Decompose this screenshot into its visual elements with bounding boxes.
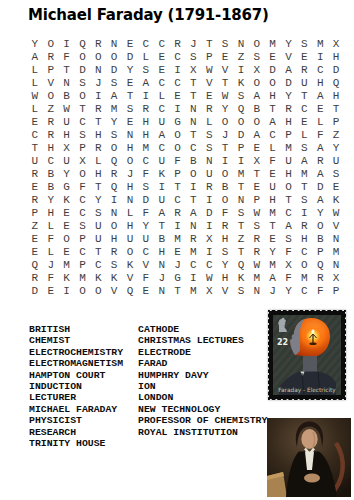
grid-cell: P <box>75 232 91 245</box>
grid-cell: L <box>27 63 43 76</box>
grid-cell: Y <box>217 258 233 271</box>
grid-cell: X <box>281 258 297 271</box>
grid-cell: D <box>328 63 344 76</box>
grid-cell: T <box>90 245 106 258</box>
grid-cell: M <box>59 258 75 271</box>
grid-cell: R <box>201 180 217 193</box>
grid-cell: R <box>90 37 106 50</box>
grid-cell: H <box>138 115 154 128</box>
word-list-left: BRITISHCHEMISTELECTROCHEMISTRYELECTROMAG… <box>29 324 123 449</box>
grid-cell: I <box>186 271 202 284</box>
grid-cell: R <box>90 102 106 115</box>
grid-cell: O <box>106 219 122 232</box>
stamp-caption: Faraday - Electricity <box>273 387 341 393</box>
grid-cell: A <box>27 50 43 63</box>
grid-cell: S <box>296 141 312 154</box>
grid-cell: S <box>201 141 217 154</box>
word-list-item: ELECTROCHEMISTRY <box>29 347 123 358</box>
grid-cell: R <box>312 271 328 284</box>
grid-cell: N <box>328 258 344 271</box>
grid-cell: C <box>90 258 106 271</box>
grid-cell: R <box>43 128 59 141</box>
word-list-item: NEW TECHNOLOGY <box>138 404 267 415</box>
grid-cell: U <box>296 76 312 89</box>
grid-cell: M <box>170 232 186 245</box>
grid-cell: R <box>281 102 297 115</box>
worksheet-page: Michael Faraday (1791-1867) YOIQRNECCRJT… <box>0 0 354 500</box>
grid-cell: S <box>75 76 91 89</box>
grid-cell: B <box>59 89 75 102</box>
grid-cell: J <box>154 271 170 284</box>
grid-cell: E <box>312 102 328 115</box>
grid-cell: T <box>217 141 233 154</box>
grid-cell: B <box>43 167 59 180</box>
grid-cell: T <box>170 284 186 297</box>
grid-cell: M <box>233 167 249 180</box>
word-list-item: HAMPTON COURT <box>29 370 123 381</box>
grid-cell: H <box>122 180 138 193</box>
grid-cell: C <box>75 245 91 258</box>
grid-cell: O <box>75 89 91 102</box>
grid-cell: O <box>59 232 75 245</box>
grid-cell: U <box>59 115 75 128</box>
grid-cell: O <box>265 76 281 89</box>
grid-cell: S <box>328 167 344 180</box>
grid-cell: T <box>233 219 249 232</box>
grid-cell: Y <box>122 63 138 76</box>
grid-cell: M <box>281 141 297 154</box>
grid-cell: C <box>75 206 91 219</box>
grid-cell: W <box>217 89 233 102</box>
grid-cell: A <box>281 219 297 232</box>
word-list-item: CHEMIST <box>29 335 123 346</box>
grid-cell: F <box>312 128 328 141</box>
word-list-item: PROFESSOR OF CHEMISTRY <box>138 415 267 426</box>
grid-cell: D <box>122 50 138 63</box>
grid-cell: F <box>217 206 233 219</box>
grid-cell: C <box>138 245 154 258</box>
grid-cell: K <box>233 271 249 284</box>
grid-cell: E <box>59 206 75 219</box>
grid-cell: Y <box>59 167 75 180</box>
grid-cell: A <box>154 206 170 219</box>
grid-cell: C <box>281 206 297 219</box>
grid-cell: Q <box>27 258 43 271</box>
grid-cell: C <box>138 154 154 167</box>
word-list-item: CHRISTMAS LECTURES <box>138 335 267 346</box>
grid-cell: L <box>43 219 59 232</box>
grid-cell: U <box>90 232 106 245</box>
grid-cell: M <box>106 102 122 115</box>
grid-cell: I <box>170 63 186 76</box>
grid-cell: O <box>75 284 91 297</box>
grid-cell: O <box>249 115 265 128</box>
grid-cell: S <box>75 128 91 141</box>
grid-cell: P <box>201 50 217 63</box>
grid-cell: B <box>186 154 202 167</box>
grid-cell: E <box>265 50 281 63</box>
grid-cell: F <box>43 271 59 284</box>
grid-cell: C <box>170 50 186 63</box>
grid-cell: S <box>217 37 233 50</box>
grid-cell: T <box>201 37 217 50</box>
grid-cell: T <box>186 89 202 102</box>
grid-cell: C <box>170 76 186 89</box>
grid-cell: R <box>312 154 328 167</box>
grid-cell: Y <box>281 89 297 102</box>
grid-cell: U <box>27 154 43 167</box>
grid-cell: V <box>217 284 233 297</box>
grid-cell: H <box>312 76 328 89</box>
grid-cell: R <box>296 63 312 76</box>
grid-cell: R <box>296 219 312 232</box>
grid-cell: L <box>90 154 106 167</box>
grid-cell: S <box>296 193 312 206</box>
grid-cell: T <box>170 180 186 193</box>
grid-cell: P <box>170 167 186 180</box>
grid-cell: E <box>122 37 138 50</box>
grid-cell: Y <box>90 193 106 206</box>
grid-cell: M <box>328 245 344 258</box>
grid-cell: T <box>217 76 233 89</box>
grid-cell: N <box>154 258 170 271</box>
word-list-item: LONDON <box>138 392 267 403</box>
grid-cell: N <box>186 102 202 115</box>
grid-cell: C <box>265 128 281 141</box>
grid-cell: N <box>106 37 122 50</box>
word-list-right: CATHODECHRISTMAS LECTURESELECTRODEFARADH… <box>138 324 267 438</box>
grid-cell: I <box>138 89 154 102</box>
grid-cell: I <box>59 284 75 297</box>
grid-cell: I <box>312 50 328 63</box>
grid-cell: Y <box>106 115 122 128</box>
grid-cell: F <box>59 50 75 63</box>
grid-cell: E <box>170 89 186 102</box>
grid-cell: I <box>154 180 170 193</box>
word-search-grid: YOIQRNECCRJTSNOMYSMXARFOOODLECSPEZSEVEIH… <box>27 37 344 297</box>
grid-cell: E <box>328 180 344 193</box>
grid-cell: T <box>233 245 249 258</box>
grid-cell: S <box>122 102 138 115</box>
grid-cell: E <box>122 76 138 89</box>
grid-cell: O <box>281 180 297 193</box>
stamp-art <box>273 315 341 395</box>
grid-cell: O <box>249 37 265 50</box>
grid-cell: S <box>106 128 122 141</box>
word-list-item: ELECTRODE <box>138 347 267 358</box>
grid-cell: D <box>75 63 91 76</box>
grid-cell: F <box>312 284 328 297</box>
grid-cell: L <box>138 50 154 63</box>
grid-cell: O <box>217 115 233 128</box>
grid-cell: H <box>265 193 281 206</box>
grid-cell: N <box>90 63 106 76</box>
grid-cell: E <box>43 284 59 297</box>
grid-cell: X <box>75 154 91 167</box>
grid-cell: D <box>201 206 217 219</box>
grid-cell: E <box>59 219 75 232</box>
grid-cell: O <box>75 167 91 180</box>
grid-cell: E <box>265 232 281 245</box>
grid-cell: Y <box>312 206 328 219</box>
grid-cell: R <box>186 232 202 245</box>
grid-cell: I <box>201 219 217 232</box>
grid-cell: P <box>328 115 344 128</box>
grid-cell: N <box>233 37 249 50</box>
grid-cell: C <box>75 193 91 206</box>
grid-cell: S <box>186 50 202 63</box>
grid-cell: P <box>27 206 43 219</box>
grid-cell: H <box>281 115 297 128</box>
grid-cell: S <box>90 206 106 219</box>
grid-cell: Z <box>233 232 249 245</box>
grid-cell: E <box>296 50 312 63</box>
grid-cell: Q <box>233 102 249 115</box>
grid-cell: Y <box>281 284 297 297</box>
grid-cell: X <box>328 37 344 50</box>
grid-cell: Z <box>27 219 43 232</box>
grid-cell: P <box>43 63 59 76</box>
grid-cell: M <box>312 37 328 50</box>
stamp-picture-area: 22 Faraday - Electricity <box>273 315 341 395</box>
grid-cell: Q <box>312 258 328 271</box>
grid-cell: F <box>43 232 59 245</box>
grid-cell: C <box>312 63 328 76</box>
grid-cell: L <box>296 128 312 141</box>
grid-cell: T <box>281 193 297 206</box>
grid-cell: P <box>233 141 249 154</box>
grid-cell: H <box>138 128 154 141</box>
grid-cell: V <box>217 63 233 76</box>
grid-cell: E <box>217 50 233 63</box>
grid-cell: W <box>249 206 265 219</box>
grid-cell: J <box>217 128 233 141</box>
grid-cell: Y <box>138 219 154 232</box>
grid-cell: Z <box>233 50 249 63</box>
word-list-item: RESEARCH <box>29 427 123 438</box>
grid-cell: R <box>138 102 154 115</box>
grid-cell: H <box>328 50 344 63</box>
grid-cell: E <box>27 232 43 245</box>
grid-cell: T <box>328 102 344 115</box>
grid-cell: G <box>170 271 186 284</box>
grid-cell: X <box>59 141 75 154</box>
grid-cell: U <box>138 232 154 245</box>
grid-cell: C <box>138 37 154 50</box>
grid-cell: I <box>90 89 106 102</box>
grid-cell: I <box>233 154 249 167</box>
grid-cell: V <box>138 258 154 271</box>
grid-cell: Y <box>281 37 297 50</box>
word-list-item: PHYSICIST <box>29 415 123 426</box>
grid-cell: L <box>27 102 43 115</box>
grid-cell: K <box>328 193 344 206</box>
grid-cell: S <box>201 128 217 141</box>
grid-cell: N <box>59 76 75 89</box>
grid-cell: M <box>265 258 281 271</box>
grid-cell: R <box>106 245 122 258</box>
word-list-item: HUMPHRY DAVY <box>138 370 267 381</box>
grid-cell: K <box>59 193 75 206</box>
grid-cell: F <box>265 154 281 167</box>
grid-cell: H <box>43 141 59 154</box>
grid-cell: K <box>122 258 138 271</box>
grid-cell: H <box>43 206 59 219</box>
grid-cell: I <box>170 102 186 115</box>
grid-cell: J <box>265 284 281 297</box>
grid-cell: K <box>154 167 170 180</box>
grid-cell: F <box>170 154 186 167</box>
grid-cell: T <box>265 102 281 115</box>
grid-cell: X <box>328 271 344 284</box>
faraday-stamp-image: 22 Faraday - Electricity <box>268 310 346 400</box>
grid-cell: O <box>170 128 186 141</box>
grid-cell: L <box>201 115 217 128</box>
grid-cell: A <box>281 63 297 76</box>
grid-cell: M <box>296 271 312 284</box>
grid-cell: E <box>122 115 138 128</box>
grid-cell: D <box>27 284 43 297</box>
grid-cell: P <box>75 141 91 154</box>
grid-cell: P <box>328 284 344 297</box>
grid-cell: V <box>43 76 59 89</box>
grid-cell: I <box>201 245 217 258</box>
grid-cell: O <box>122 245 138 258</box>
grid-cell: V <box>201 76 217 89</box>
grid-cell: I <box>186 180 202 193</box>
grid-cell: O <box>90 284 106 297</box>
grid-cell: D <box>281 76 297 89</box>
grid-cell: J <box>90 76 106 89</box>
grid-cell: C <box>296 245 312 258</box>
word-list-item: ION <box>138 381 267 392</box>
grid-cell: P <box>312 245 328 258</box>
grid-cell: M <box>138 141 154 154</box>
grid-cell: P <box>281 128 297 141</box>
grid-cell: Y <box>43 193 59 206</box>
grid-cell: R <box>43 115 59 128</box>
grid-cell: I <box>217 154 233 167</box>
grid-cell: S <box>233 284 249 297</box>
grid-cell: Q <box>122 284 138 297</box>
grid-cell: R <box>27 167 43 180</box>
grid-cell: H <box>217 271 233 284</box>
grid-cell: B <box>312 232 328 245</box>
grid-cell: S <box>138 63 154 76</box>
grid-cell: U <box>154 115 170 128</box>
grid-cell: F <box>138 271 154 284</box>
grid-cell: I <box>296 206 312 219</box>
grid-cell: T <box>296 89 312 102</box>
grid-cell: X <box>186 63 202 76</box>
grid-cell: F <box>138 167 154 180</box>
grid-cell: Q <box>106 180 122 193</box>
grid-cell: Y <box>217 102 233 115</box>
grid-cell: R <box>27 193 43 206</box>
grid-cell: H <box>90 167 106 180</box>
grid-cell: O <box>106 141 122 154</box>
word-list-item: ROYAL INSTITUTION <box>138 427 267 438</box>
grid-cell: S <box>106 258 122 271</box>
grid-cell: S <box>106 76 122 89</box>
grid-cell: A <box>312 89 328 102</box>
grid-cell: Z <box>328 128 344 141</box>
grid-cell: I <box>59 37 75 50</box>
grid-cell: U <box>59 154 75 167</box>
grid-cell: H <box>122 141 138 154</box>
grid-cell: H <box>90 128 106 141</box>
grid-cell: U <box>154 154 170 167</box>
grid-cell: T <box>233 180 249 193</box>
grid-cell: W <box>201 271 217 284</box>
grid-cell: Q <box>328 76 344 89</box>
word-list-item: INDUCTION <box>29 381 123 392</box>
grid-cell: R <box>90 141 106 154</box>
grid-cell: G <box>59 180 75 193</box>
grid-cell: T <box>122 89 138 102</box>
grid-cell: E <box>154 50 170 63</box>
grid-cell: A <box>312 141 328 154</box>
grid-cell: C <box>296 284 312 297</box>
grid-cell: R <box>27 271 43 284</box>
grid-cell: W <box>328 206 344 219</box>
grid-cell: D <box>106 63 122 76</box>
grid-cell: E <box>27 180 43 193</box>
grid-cell: R <box>170 37 186 50</box>
grid-cell: H <box>265 89 281 102</box>
word-list-item: CATHODE <box>138 324 267 335</box>
grid-cell: T <box>186 76 202 89</box>
faraday-portrait-image <box>267 418 351 497</box>
grid-cell: A <box>312 167 328 180</box>
grid-cell: K <box>90 271 106 284</box>
grid-cell: M <box>186 245 202 258</box>
grid-cell: M <box>75 271 91 284</box>
grid-cell: O <box>296 258 312 271</box>
grid-cell: Q <box>106 154 122 167</box>
grid-cell: X <box>249 154 265 167</box>
grid-cell: W <box>27 89 43 102</box>
stamp-denomination: 22 <box>277 338 288 347</box>
grid-cell: W <box>201 63 217 76</box>
word-list-item: BRITISH <box>29 324 123 335</box>
word-list-item: MICHAEL FARADAY <box>29 404 123 415</box>
grid-cell: U <box>265 180 281 193</box>
grid-cell: H <box>328 89 344 102</box>
grid-cell: N <box>186 115 202 128</box>
grid-cell: I <box>170 219 186 232</box>
grid-cell: V <box>106 284 122 297</box>
grid-cell: X <box>201 232 217 245</box>
grid-cell: T <box>265 219 281 232</box>
grid-cell: S <box>296 37 312 50</box>
grid-cell: T <box>27 141 43 154</box>
grid-cell: D <box>312 180 328 193</box>
grid-cell: P <box>249 193 265 206</box>
grid-cell: R <box>43 50 59 63</box>
grid-cell: U <box>201 167 217 180</box>
grid-cell: O <box>312 219 328 232</box>
grid-cell: D <box>233 128 249 141</box>
grid-cell: N <box>249 284 265 297</box>
grid-cell: J <box>186 37 202 50</box>
grid-cell: K <box>233 76 249 89</box>
grid-cell: N <box>233 193 249 206</box>
grid-cell: S <box>281 232 297 245</box>
grid-cell: E <box>138 284 154 297</box>
grid-cell: W <box>59 102 75 115</box>
grid-cell: L <box>265 141 281 154</box>
